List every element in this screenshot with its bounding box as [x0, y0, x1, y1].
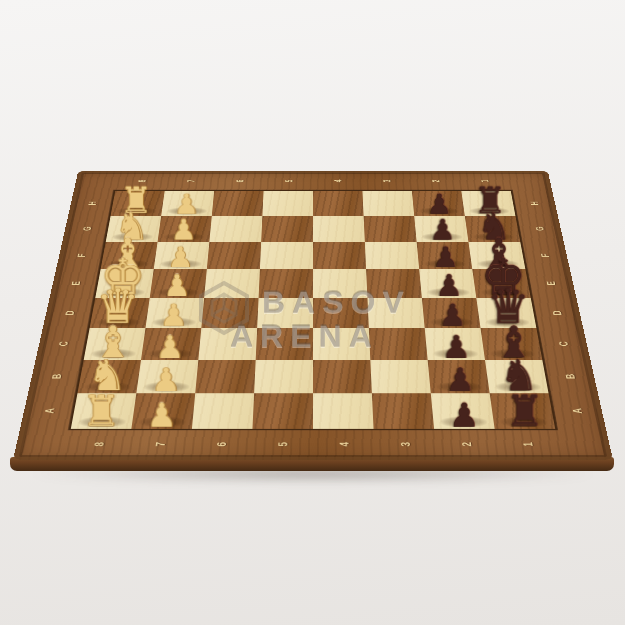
square-e2[interactable]	[419, 269, 476, 298]
square-c3[interactable]	[369, 328, 428, 360]
square-a1[interactable]	[490, 393, 555, 428]
rank-label-5: 5	[267, 169, 309, 193]
rank-label-2: 2	[439, 426, 495, 463]
square-c8[interactable]	[84, 328, 146, 360]
square-a5[interactable]	[252, 393, 313, 428]
rank-label-4: 4	[318, 426, 370, 463]
square-b7[interactable]	[136, 360, 198, 394]
square-f5[interactable]	[260, 242, 313, 269]
square-h2[interactable]	[412, 191, 465, 216]
square-a7[interactable]	[131, 393, 195, 428]
square-b4[interactable]	[313, 360, 372, 394]
square-g6[interactable]	[209, 216, 262, 242]
square-a8[interactable]	[71, 393, 136, 428]
square-g2[interactable]	[414, 216, 468, 242]
square-d3[interactable]	[367, 298, 424, 328]
square-c2[interactable]	[425, 328, 485, 360]
square-g1[interactable]	[465, 216, 520, 242]
rank-label-4: 4	[317, 169, 359, 193]
square-e5[interactable]	[259, 269, 313, 298]
square-b5[interactable]	[254, 360, 313, 394]
square-d1[interactable]	[476, 298, 536, 328]
square-d6[interactable]	[201, 298, 258, 328]
square-a2[interactable]	[431, 393, 495, 428]
square-d7[interactable]	[145, 298, 204, 328]
rank-label-3: 3	[378, 426, 432, 463]
rank-label-7: 7	[132, 426, 188, 463]
square-b8[interactable]	[77, 360, 141, 394]
square-g3[interactable]	[364, 216, 417, 242]
square-f1[interactable]	[468, 242, 525, 269]
square-e6[interactable]	[204, 269, 260, 298]
square-d8[interactable]	[90, 298, 150, 328]
square-d2[interactable]	[422, 298, 481, 328]
rank-label-8: 8	[69, 426, 126, 463]
square-f7[interactable]	[154, 242, 210, 269]
photo-backdrop: HGFEDCBA HGFEDCBA 87654321 87654321 ♜♟♟♜…	[0, 0, 625, 625]
square-a3[interactable]	[372, 393, 434, 428]
square-e1[interactable]	[472, 269, 530, 298]
square-g7[interactable]	[158, 216, 212, 242]
square-f2[interactable]	[417, 242, 473, 269]
square-b2[interactable]	[428, 360, 490, 394]
rank-label-1: 1	[499, 426, 556, 463]
square-h1[interactable]	[461, 191, 515, 216]
rank-label-6: 6	[218, 169, 261, 193]
rank-label-5: 5	[256, 426, 308, 463]
square-e4[interactable]	[313, 269, 367, 298]
square-h3[interactable]	[362, 191, 414, 216]
square-h8[interactable]	[111, 191, 165, 216]
square-f4[interactable]	[313, 242, 366, 269]
square-c5[interactable]	[256, 328, 313, 360]
square-h6[interactable]	[212, 191, 264, 216]
square-h5[interactable]	[262, 191, 313, 216]
square-b6[interactable]	[195, 360, 255, 394]
square-c7[interactable]	[141, 328, 201, 360]
square-d5[interactable]	[257, 298, 313, 328]
perspective-scene: HGFEDCBA HGFEDCBA 87654321 87654321 ♜♟♟♜…	[13, 171, 613, 460]
rank-labels-near: 87654321	[65, 429, 561, 460]
square-h4[interactable]	[313, 191, 364, 216]
square-f3[interactable]	[365, 242, 419, 269]
square-h7[interactable]	[161, 191, 214, 216]
square-b3[interactable]	[370, 360, 430, 394]
chess-board-frame: HGFEDCBA HGFEDCBA 87654321 87654321 ♜♟♟♜…	[13, 171, 613, 460]
square-f6[interactable]	[207, 242, 261, 269]
square-g8[interactable]	[106, 216, 161, 242]
square-e7[interactable]	[150, 269, 207, 298]
rank-label-3: 3	[365, 169, 408, 193]
square-d4[interactable]	[313, 298, 369, 328]
square-e3[interactable]	[366, 269, 422, 298]
square-e8[interactable]	[95, 269, 153, 298]
square-a4[interactable]	[313, 393, 374, 428]
square-b1[interactable]	[485, 360, 549, 394]
square-g5[interactable]	[261, 216, 313, 242]
square-c6[interactable]	[198, 328, 257, 360]
square-f8[interactable]	[101, 242, 158, 269]
rank-label-6: 6	[194, 426, 248, 463]
square-a6[interactable]	[192, 393, 254, 428]
square-c1[interactable]	[481, 328, 543, 360]
square-c4[interactable]	[313, 328, 370, 360]
squares-layer	[71, 191, 555, 429]
square-g4[interactable]	[313, 216, 365, 242]
